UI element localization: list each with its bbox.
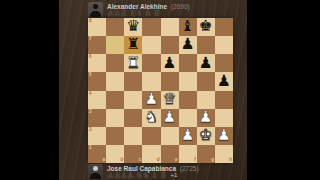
square-c1[interactable]: c xyxy=(124,145,142,163)
square-h2[interactable]: ♟ xyxy=(215,127,233,145)
square-f6[interactable] xyxy=(179,54,197,72)
square-h7[interactable] xyxy=(215,36,233,54)
avatar-head-icon xyxy=(93,166,98,171)
square-b3[interactable] xyxy=(106,109,124,127)
square-g1[interactable]: g xyxy=(197,145,215,163)
square-g8[interactable]: ♚ xyxy=(197,18,215,36)
rank-label-6: 6 xyxy=(89,55,92,60)
square-e4[interactable]: ♛ xyxy=(161,91,179,109)
square-f4[interactable] xyxy=(179,91,197,109)
file-label-b: b xyxy=(121,158,124,163)
white-pawn-f2[interactable]: ♟ xyxy=(179,127,197,145)
rank-label-2: 2 xyxy=(89,128,92,133)
file-label-f: f xyxy=(194,158,196,163)
square-f5[interactable] xyxy=(179,72,197,90)
square-f2[interactable]: ♟ xyxy=(179,127,197,145)
square-d1[interactable]: d xyxy=(142,145,160,163)
square-e1[interactable]: e xyxy=(161,145,179,163)
square-a1[interactable]: 1a xyxy=(88,145,106,163)
file-label-e: e xyxy=(175,158,178,163)
square-b1[interactable]: b xyxy=(106,145,124,163)
square-a6[interactable]: 6 xyxy=(88,54,106,72)
square-a2[interactable]: 2 xyxy=(88,127,106,145)
square-a8[interactable]: 8 xyxy=(88,18,106,36)
broadcast-panel: Alexander Alekhine (2690) ♟♟♟ ♝♝ ♞ ♜ 8♛♝… xyxy=(59,0,247,180)
black-pawn-h5[interactable]: ♟ xyxy=(215,72,233,90)
video-frame: Alexander Alekhine (2690) ♟♟♟ ♝♝ ♞ ♜ 8♛♝… xyxy=(0,0,320,180)
square-b4[interactable] xyxy=(106,91,124,109)
square-g4[interactable] xyxy=(197,91,215,109)
square-a7[interactable]: 7 xyxy=(88,36,106,54)
square-h1[interactable]: h xyxy=(215,145,233,163)
top-player-rating: (2690) xyxy=(171,3,190,10)
white-rook-c6[interactable]: ♜ xyxy=(124,54,142,72)
rank-label-3: 3 xyxy=(89,110,92,115)
avatar-head-icon xyxy=(93,4,98,9)
square-g3[interactable]: ♟ xyxy=(197,109,215,127)
square-h5[interactable]: ♟ xyxy=(215,72,233,90)
file-label-d: d xyxy=(157,158,160,163)
square-a3[interactable]: 3 xyxy=(88,109,106,127)
chess-board[interactable]: 8♛♝♚7♜♟6♜♟♟5♟4♟♛3♞♟♟2♟♚♟1abcdefgh xyxy=(88,18,233,163)
rank-label-7: 7 xyxy=(89,37,92,42)
white-pawn-h2[interactable]: ♟ xyxy=(215,127,233,145)
square-b7[interactable] xyxy=(106,36,124,54)
file-label-a: a xyxy=(103,158,106,163)
rank-label-1: 1 xyxy=(89,146,92,151)
avatar-body-icon xyxy=(90,11,101,17)
white-pawn-g3[interactable]: ♟ xyxy=(197,109,215,127)
square-c4[interactable] xyxy=(124,91,142,109)
square-d5[interactable] xyxy=(142,72,160,90)
square-b6[interactable] xyxy=(106,54,124,72)
square-e3[interactable]: ♟ xyxy=(161,109,179,127)
white-knight-d3[interactable]: ♞ xyxy=(142,109,160,127)
square-g7[interactable] xyxy=(197,36,215,54)
rank-label-8: 8 xyxy=(89,19,92,24)
rank-label-4: 4 xyxy=(89,92,92,97)
rank-label-5: 5 xyxy=(89,73,92,78)
square-e6[interactable]: ♟ xyxy=(161,54,179,72)
black-rook-c7[interactable]: ♜ xyxy=(124,36,142,54)
material-advantage-badge: +1 xyxy=(171,172,178,178)
bottom-captured-pieces: ♟♟♟♟ ♞♞ ♝ ♜ +1 xyxy=(107,172,177,179)
square-c5[interactable] xyxy=(124,72,142,90)
black-pawn-e6[interactable]: ♟ xyxy=(161,54,179,72)
square-f8[interactable]: ♝ xyxy=(179,18,197,36)
letterbox-left xyxy=(0,0,59,180)
square-f1[interactable]: f xyxy=(179,145,197,163)
white-king-g2[interactable]: ♚ xyxy=(197,127,215,145)
square-e2[interactable] xyxy=(161,127,179,145)
square-a5[interactable]: 5 xyxy=(88,72,106,90)
square-c3[interactable] xyxy=(124,109,142,127)
square-f7[interactable]: ♟ xyxy=(179,36,197,54)
white-pawn-d4[interactable]: ♟ xyxy=(142,91,160,109)
white-pawn-e3[interactable]: ♟ xyxy=(161,109,179,127)
black-queen-c8[interactable]: ♛ xyxy=(124,18,142,36)
square-b2[interactable] xyxy=(106,127,124,145)
bottom-captured-glyphs: ♟♟♟♟ ♞♞ ♝ ♜ xyxy=(107,171,167,180)
file-label-c: c xyxy=(139,158,142,163)
square-b8[interactable] xyxy=(106,18,124,36)
square-e8[interactable] xyxy=(161,18,179,36)
file-label-h: h xyxy=(229,158,232,163)
square-f3[interactable] xyxy=(179,109,197,127)
square-h3[interactable] xyxy=(215,109,233,127)
square-c7[interactable]: ♜ xyxy=(124,36,142,54)
black-pawn-g6[interactable]: ♟ xyxy=(197,54,215,72)
letterbox-right xyxy=(247,0,320,180)
square-h4[interactable] xyxy=(215,91,233,109)
square-g5[interactable] xyxy=(197,72,215,90)
black-pawn-f7[interactable]: ♟ xyxy=(179,36,197,54)
square-c6[interactable]: ♜ xyxy=(124,54,142,72)
square-e5[interactable] xyxy=(161,72,179,90)
top-player-avatar xyxy=(88,2,103,17)
bottom-player-rating: (2725) xyxy=(180,165,199,172)
avatar-body-icon xyxy=(90,173,101,179)
file-label-g: g xyxy=(211,158,214,163)
square-e7[interactable] xyxy=(161,36,179,54)
square-b5[interactable] xyxy=(106,72,124,90)
square-h6[interactable] xyxy=(215,54,233,72)
square-c2[interactable] xyxy=(124,127,142,145)
white-queen-e4[interactable]: ♛ xyxy=(161,91,179,109)
square-h8[interactable] xyxy=(215,18,233,36)
square-d6[interactable] xyxy=(142,54,160,72)
black-bishop-f8[interactable]: ♝ xyxy=(179,18,197,36)
top-captured-pieces: ♟♟♟ ♝♝ ♞ ♜ xyxy=(107,10,160,17)
square-g2[interactable]: ♚ xyxy=(197,127,215,145)
black-king-g8[interactable]: ♚ xyxy=(197,18,215,36)
square-a4[interactable]: 4 xyxy=(88,91,106,109)
square-c8[interactable]: ♛ xyxy=(124,18,142,36)
square-d3[interactable]: ♞ xyxy=(142,109,160,127)
square-d2[interactable] xyxy=(142,127,160,145)
square-d7[interactable] xyxy=(142,36,160,54)
square-d4[interactable]: ♟ xyxy=(142,91,160,109)
square-g6[interactable]: ♟ xyxy=(197,54,215,72)
square-d8[interactable] xyxy=(142,18,160,36)
bottom-player-avatar xyxy=(88,164,103,179)
